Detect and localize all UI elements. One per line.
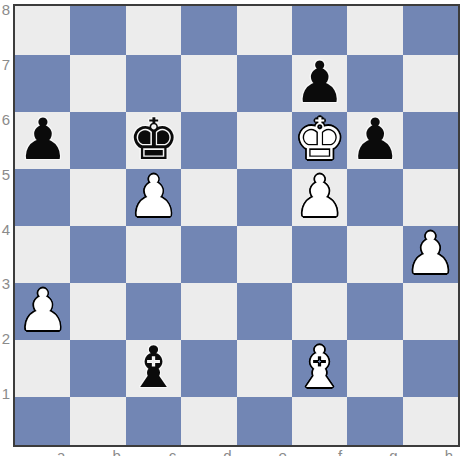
square-e1[interactable] [237, 397, 292, 446]
square-a7[interactable] [15, 55, 70, 112]
square-c5[interactable]: ♟ [126, 169, 181, 226]
square-b2[interactable] [70, 340, 125, 397]
piece-white-pawn[interactable]: ♟ [128, 168, 179, 225]
file-label-g: g [347, 447, 402, 456]
square-a2[interactable] [15, 340, 70, 397]
square-f6[interactable]: ♚ [292, 112, 347, 169]
piece-black-bishop[interactable]: ♝ [128, 339, 179, 396]
square-e6[interactable] [237, 112, 292, 169]
square-e3[interactable] [237, 283, 292, 340]
square-g3[interactable] [347, 283, 402, 340]
square-b5[interactable] [70, 169, 125, 226]
square-d2[interactable] [181, 340, 236, 397]
piece-white-king[interactable]: ♚ [294, 111, 345, 168]
square-c4[interactable] [126, 226, 181, 283]
square-c7[interactable] [126, 55, 181, 112]
file-label-f: f [292, 447, 347, 456]
rank-label-7: 7 [0, 57, 12, 73]
piece-white-bishop[interactable]: ♝ [294, 339, 345, 396]
square-d4[interactable] [181, 226, 236, 283]
square-c6[interactable]: ♚ [126, 112, 181, 169]
square-e5[interactable] [237, 169, 292, 226]
piece-white-pawn[interactable]: ♟ [294, 168, 345, 225]
rank-label-3: 3 [0, 276, 12, 292]
file-label-e: e [237, 447, 292, 456]
board: ♟♟♚♚♟♟♟♟♟♝♝ [13, 4, 460, 447]
square-a6[interactable]: ♟ [15, 112, 70, 169]
square-d3[interactable] [181, 283, 236, 340]
piece-black-pawn[interactable]: ♟ [17, 111, 68, 168]
piece-black-pawn[interactable]: ♟ [349, 111, 400, 168]
square-f3[interactable] [292, 283, 347, 340]
square-d7[interactable] [181, 55, 236, 112]
square-c2[interactable]: ♝ [126, 340, 181, 397]
square-b7[interactable] [70, 55, 125, 112]
square-a8[interactable] [15, 6, 70, 55]
piece-white-pawn[interactable]: ♟ [17, 282, 68, 339]
square-h1[interactable] [403, 397, 458, 446]
square-a1[interactable] [15, 397, 70, 446]
rank-label-1: 1 [0, 386, 12, 402]
square-a5[interactable] [15, 169, 70, 226]
square-g2[interactable] [347, 340, 402, 397]
file-label-d: d [181, 447, 236, 456]
square-f1[interactable] [292, 397, 347, 446]
square-g1[interactable] [347, 397, 402, 446]
square-h2[interactable] [403, 340, 458, 397]
square-b3[interactable] [70, 283, 125, 340]
square-g5[interactable] [347, 169, 402, 226]
square-b8[interactable] [70, 6, 125, 55]
file-label-b: b [70, 447, 125, 456]
square-f8[interactable] [292, 6, 347, 55]
square-c8[interactable] [126, 6, 181, 55]
file-label-h: h [403, 447, 458, 456]
chess-board-diagram: ♟♟♚♚♟♟♟♟♟♝♝ 87654321 abcdefgh [0, 0, 462, 456]
rank-label-4: 4 [0, 222, 12, 238]
square-d1[interactable] [181, 397, 236, 446]
square-h3[interactable] [403, 283, 458, 340]
square-e4[interactable] [237, 226, 292, 283]
square-f7[interactable]: ♟ [292, 55, 347, 112]
piece-black-pawn[interactable]: ♟ [294, 54, 345, 111]
square-d5[interactable] [181, 169, 236, 226]
square-h5[interactable] [403, 169, 458, 226]
square-h6[interactable] [403, 112, 458, 169]
square-a4[interactable] [15, 226, 70, 283]
square-g8[interactable] [347, 6, 402, 55]
square-d8[interactable] [181, 6, 236, 55]
square-g4[interactable] [347, 226, 402, 283]
rank-label-2: 2 [0, 331, 12, 347]
file-labels: abcdefgh [15, 447, 458, 456]
square-a3[interactable]: ♟ [15, 283, 70, 340]
square-e8[interactable] [237, 6, 292, 55]
square-b6[interactable] [70, 112, 125, 169]
square-c1[interactable] [126, 397, 181, 446]
square-h8[interactable] [403, 6, 458, 55]
square-f5[interactable]: ♟ [292, 169, 347, 226]
file-label-c: c [126, 447, 181, 456]
square-h4[interactable]: ♟ [403, 226, 458, 283]
square-b1[interactable] [70, 397, 125, 446]
square-g6[interactable]: ♟ [347, 112, 402, 169]
square-e2[interactable] [237, 340, 292, 397]
square-g7[interactable] [347, 55, 402, 112]
file-label-a: a [15, 447, 70, 456]
square-f2[interactable]: ♝ [292, 340, 347, 397]
square-c3[interactable] [126, 283, 181, 340]
rank-label-5: 5 [0, 167, 12, 183]
piece-black-king[interactable]: ♚ [128, 111, 179, 168]
square-b4[interactable] [70, 226, 125, 283]
square-e7[interactable] [237, 55, 292, 112]
rank-label-6: 6 [0, 112, 12, 128]
square-h7[interactable] [403, 55, 458, 112]
square-f4[interactable] [292, 226, 347, 283]
rank-label-8: 8 [0, 2, 12, 18]
piece-white-pawn[interactable]: ♟ [405, 225, 456, 282]
square-d6[interactable] [181, 112, 236, 169]
